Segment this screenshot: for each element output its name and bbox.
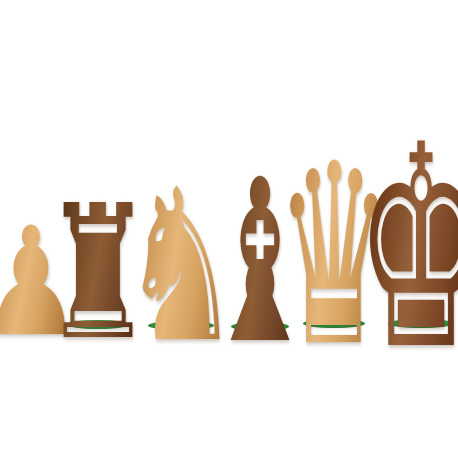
king-piece: ♚ [356, 108, 458, 388]
chess-piece-set-photo: ♟ ♜ ♞ ♝ ♛ ♚ [0, 0, 458, 458]
